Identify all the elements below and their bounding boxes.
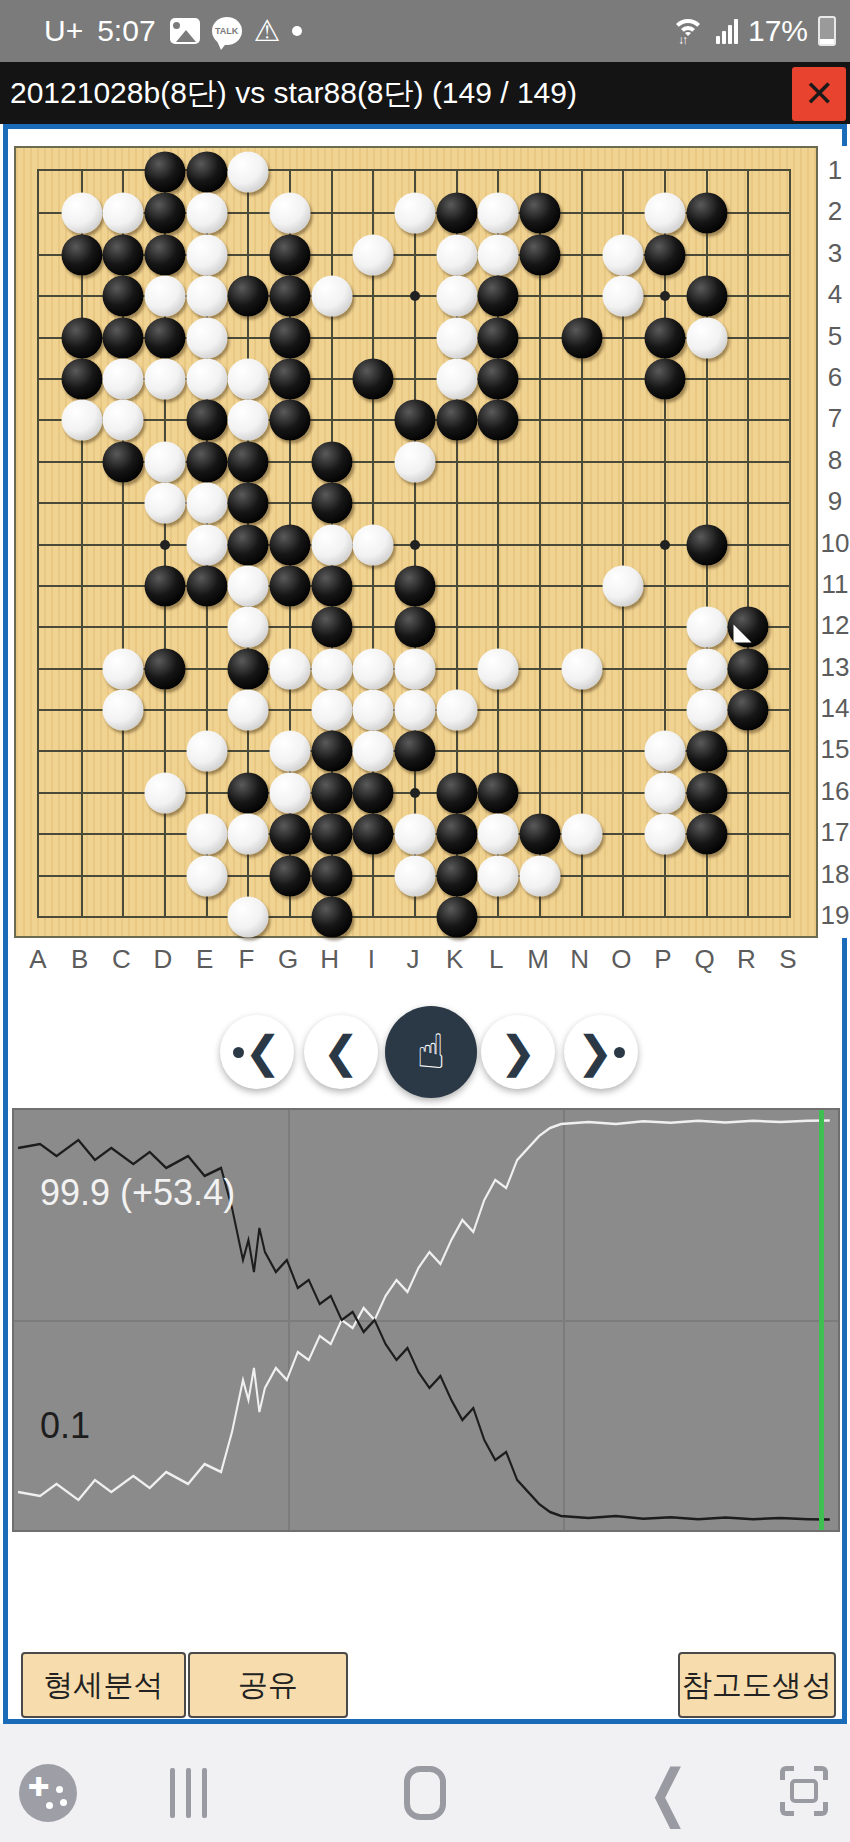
black-stone-B5	[61, 317, 102, 358]
white-stone-J18	[395, 855, 436, 896]
white-stone-F12	[228, 607, 269, 648]
black-stone-M2	[520, 193, 561, 234]
black-stone-H8	[311, 441, 352, 482]
white-stone-O4	[603, 276, 644, 317]
black-stone-E7	[186, 400, 227, 441]
black-stone-H16	[311, 772, 352, 813]
black-stone-C4	[103, 276, 144, 317]
column-labels: ABCDEFGHIJKLMNOPQRS	[14, 944, 818, 978]
black-stone-H15	[311, 731, 352, 772]
black-stone-D13	[145, 648, 186, 689]
footer-button-row: 형세분석 공유 참고도생성	[8, 1652, 842, 1732]
home-button[interactable]	[404, 1766, 446, 1820]
row-label-9: 9	[828, 486, 842, 517]
white-stone-G15	[270, 731, 311, 772]
white-stone-K5	[436, 317, 477, 358]
white-stone-D8	[145, 441, 186, 482]
row-label-3: 3	[828, 237, 842, 268]
white-stone-C2	[103, 193, 144, 234]
row-label-2: 2	[828, 196, 842, 227]
white-stone-F6	[228, 358, 269, 399]
white-stone-P17	[645, 814, 686, 855]
battery-percent: 17%	[748, 14, 808, 48]
black-stone-H11	[311, 565, 352, 606]
white-stone-L18	[478, 855, 519, 896]
black-stone-R13	[728, 648, 769, 689]
black-stone-Q10	[686, 524, 727, 565]
black-stone-G11	[270, 565, 311, 606]
white-stone-E6	[186, 358, 227, 399]
recents-button[interactable]	[170, 1768, 207, 1818]
black-stone-I16	[353, 772, 394, 813]
row-label-16: 16	[821, 775, 850, 806]
kakaotalk-icon: TALK	[212, 17, 242, 45]
white-stone-G13	[270, 648, 311, 689]
black-stone-Q2	[686, 193, 727, 234]
star-point	[160, 540, 170, 550]
white-stone-L2	[478, 193, 519, 234]
jump-to-start-button[interactable]: ❮	[220, 1015, 294, 1089]
row-label-7: 7	[828, 403, 842, 434]
white-winrate-label: 99.9 (+53.4)	[40, 1172, 235, 1214]
black-stone-D5	[145, 317, 186, 358]
jump-to-end-icon: ❯	[577, 1030, 626, 1074]
black-stone-I6	[353, 358, 394, 399]
winrate-graph[interactable]: 99.9 (+53.4) 0.1	[12, 1108, 840, 1532]
black-stone-G5	[270, 317, 311, 358]
black-stone-H12	[311, 607, 352, 648]
white-stone-D4	[145, 276, 186, 317]
hand-touch-icon: ☝	[416, 1028, 445, 1076]
black-stone-E8	[186, 441, 227, 482]
black-stone-Q4	[686, 276, 727, 317]
black-stone-E11	[186, 565, 227, 606]
black-stone-M17	[520, 814, 561, 855]
black-stone-M3	[520, 234, 561, 275]
star-point	[660, 291, 670, 301]
white-stone-F1	[228, 152, 269, 193]
black-stone-F9	[228, 483, 269, 524]
col-label-O: O	[611, 944, 631, 975]
black-stone-C5	[103, 317, 144, 358]
col-label-P: P	[654, 944, 671, 975]
share-button[interactable]: 공유	[188, 1652, 348, 1718]
white-stone-P15	[645, 731, 686, 772]
row-label-4: 4	[828, 279, 842, 310]
black-stone-G3	[270, 234, 311, 275]
white-stone-J8	[395, 441, 436, 482]
black-stone-L16	[478, 772, 519, 813]
white-stone-O11	[603, 565, 644, 606]
black-stone-G7	[270, 400, 311, 441]
row-label-15: 15	[821, 734, 850, 765]
col-label-D: D	[154, 944, 173, 975]
white-stone-L13	[478, 648, 519, 689]
white-stone-O3	[603, 234, 644, 275]
white-stone-K6	[436, 358, 477, 399]
white-stone-E9	[186, 483, 227, 524]
row-label-8: 8	[828, 444, 842, 475]
white-stone-E15	[186, 731, 227, 772]
row-label-14: 14	[821, 693, 850, 724]
black-stone-F13	[228, 648, 269, 689]
black-stone-D11	[145, 565, 186, 606]
white-stone-E3	[186, 234, 227, 275]
col-label-J: J	[407, 944, 420, 975]
white-stone-D16	[145, 772, 186, 813]
col-label-G: G	[278, 944, 298, 975]
close-button[interactable]: ✕	[792, 67, 846, 121]
black-stone-D3	[145, 234, 186, 275]
black-stone-L4	[478, 276, 519, 317]
content-frame: ABCDEFGHIJKLMNOPQRS 12345678910111213141…	[3, 124, 847, 1724]
black-stone-B3	[61, 234, 102, 275]
white-stone-I13	[353, 648, 394, 689]
white-stone-E4	[186, 276, 227, 317]
black-stone-F10	[228, 524, 269, 565]
black-stone-G6	[270, 358, 311, 399]
white-stone-E17	[186, 814, 227, 855]
black-stone-G17	[270, 814, 311, 855]
white-stone-K14	[436, 690, 477, 731]
white-stone-G2	[270, 193, 311, 234]
row-label-18: 18	[821, 858, 850, 889]
col-label-S: S	[779, 944, 796, 975]
grid-line-v	[581, 171, 583, 916]
col-label-I: I	[368, 944, 375, 975]
black-stone-K18	[436, 855, 477, 896]
white-stone-I3	[353, 234, 394, 275]
status-bar: U+ 5:07 TALK ⚠ ↓↑ 17%	[0, 0, 850, 62]
warning-icon: ⚠	[254, 16, 281, 46]
row-label-6: 6	[828, 361, 842, 392]
grid-line-v	[539, 171, 541, 916]
white-stone-C13	[103, 648, 144, 689]
white-stone-I10	[353, 524, 394, 565]
white-stone-E18	[186, 855, 227, 896]
black-stone-J15	[395, 731, 436, 772]
col-label-Q: Q	[695, 944, 715, 975]
white-stone-J13	[395, 648, 436, 689]
navigation-row: ❮ ❮ ☝ ❯ ❯	[8, 997, 842, 1107]
screenshot-button[interactable]	[780, 1766, 828, 1816]
white-stone-J14	[395, 690, 436, 731]
black-stone-H17	[311, 814, 352, 855]
black-stone-L6	[478, 358, 519, 399]
white-stone-H14	[311, 690, 352, 731]
col-label-A: A	[29, 944, 46, 975]
white-stone-Q5	[686, 317, 727, 358]
title-bar: 20121028b(8단) vs star88(8단) (149 / 149) …	[0, 62, 850, 124]
col-label-L: L	[489, 944, 503, 975]
notification-dot-icon	[292, 26, 302, 36]
white-stone-B2	[61, 193, 102, 234]
black-stone-J12	[395, 607, 436, 648]
reference-diagram-button[interactable]: 참고도생성	[678, 1652, 836, 1718]
col-label-K: K	[446, 944, 463, 975]
white-stone-N13	[561, 648, 602, 689]
image-notification-icon	[170, 18, 200, 44]
star-point	[410, 788, 420, 798]
white-stone-Q13	[686, 648, 727, 689]
black-stone-G18	[270, 855, 311, 896]
white-stone-L3	[478, 234, 519, 275]
black-stone-L5	[478, 317, 519, 358]
analysis-button[interactable]: 형세분석	[21, 1652, 186, 1718]
white-stone-K4	[436, 276, 477, 317]
black-stone-H18	[311, 855, 352, 896]
row-label-11: 11	[822, 568, 849, 599]
black-stone-P5	[645, 317, 686, 358]
android-nav-bar: ✚ ❮	[0, 1724, 850, 1842]
white-stone-D9	[145, 483, 186, 524]
black-stone-F8	[228, 441, 269, 482]
row-label-13: 13	[821, 651, 850, 682]
black-stone-R12	[728, 607, 769, 648]
white-stone-F19	[228, 897, 269, 938]
white-stone-Q14	[686, 690, 727, 731]
col-label-E: E	[196, 944, 213, 975]
black-stone-N5	[561, 317, 602, 358]
signal-bars-icon	[716, 18, 738, 44]
status-time: 5:07	[97, 14, 155, 48]
col-label-H: H	[320, 944, 339, 975]
black-stone-F16	[228, 772, 269, 813]
black-stone-K2	[436, 193, 477, 234]
white-stone-G16	[270, 772, 311, 813]
black-stone-C3	[103, 234, 144, 275]
black-stone-Q16	[686, 772, 727, 813]
white-stone-F17	[228, 814, 269, 855]
row-label-12: 12	[821, 610, 850, 641]
col-label-F: F	[238, 944, 254, 975]
star-point	[410, 540, 420, 550]
black-stone-B6	[61, 358, 102, 399]
step-back-icon: ❮	[323, 1030, 360, 1074]
col-label-N: N	[570, 944, 589, 975]
white-stone-C7	[103, 400, 144, 441]
go-board[interactable]	[14, 146, 818, 938]
black-stone-J11	[395, 565, 436, 606]
white-stone-J2	[395, 193, 436, 234]
current-move-cursor	[819, 1110, 824, 1530]
black-stone-K7	[436, 400, 477, 441]
white-stone-P2	[645, 193, 686, 234]
white-stone-N17	[561, 814, 602, 855]
step-forward-icon: ❯	[500, 1030, 537, 1074]
black-stone-P3	[645, 234, 686, 275]
game-booster-fab[interactable]: ✚	[19, 1764, 77, 1822]
white-stone-E2	[186, 193, 227, 234]
game-title: 20121028b(8단) vs star88(8단) (149 / 149)	[10, 73, 577, 114]
white-stone-C6	[103, 358, 144, 399]
black-stone-I17	[353, 814, 394, 855]
white-stone-L17	[478, 814, 519, 855]
phone-screen: U+ 5:07 TALK ⚠ ↓↑ 17% 20121028b(8단) vs s…	[0, 0, 850, 1842]
black-stone-D1	[145, 152, 186, 193]
white-stone-E10	[186, 524, 227, 565]
step-forward-button[interactable]: ❯	[481, 1015, 555, 1089]
white-stone-K3	[436, 234, 477, 275]
black-stone-H19	[311, 897, 352, 938]
black-stone-H9	[311, 483, 352, 524]
white-stone-J17	[395, 814, 436, 855]
jump-to-end-button[interactable]: ❯	[564, 1015, 638, 1089]
star-point	[660, 540, 670, 550]
step-back-button[interactable]: ❮	[304, 1015, 378, 1089]
black-stone-G4	[270, 276, 311, 317]
row-labels: 12345678910111213141516171819	[820, 146, 850, 938]
white-stone-C14	[103, 690, 144, 731]
white-stone-H10	[311, 524, 352, 565]
black-stone-K16	[436, 772, 477, 813]
white-stone-M18	[520, 855, 561, 896]
white-stone-I14	[353, 690, 394, 731]
white-stone-H13	[311, 648, 352, 689]
white-stone-P16	[645, 772, 686, 813]
col-label-M: M	[527, 944, 549, 975]
white-stone-I15	[353, 731, 394, 772]
board-grid	[37, 169, 791, 918]
black-winrate-label: 0.1	[40, 1405, 90, 1447]
black-stone-F4	[228, 276, 269, 317]
col-label-B: B	[71, 944, 88, 975]
carrier-label: U+	[44, 14, 83, 48]
white-stone-F11	[228, 565, 269, 606]
row-label-10: 10	[821, 527, 850, 558]
black-stone-R14	[728, 690, 769, 731]
black-stone-E1	[186, 152, 227, 193]
black-stone-K19	[436, 897, 477, 938]
back-button[interactable]: ❮	[648, 1756, 688, 1829]
black-stone-C8	[103, 441, 144, 482]
black-stone-K17	[436, 814, 477, 855]
grid-line-v	[747, 171, 749, 916]
row-label-19: 19	[821, 900, 850, 931]
black-stone-L7	[478, 400, 519, 441]
white-stone-B7	[61, 400, 102, 441]
last-move-triangle-marker	[734, 625, 752, 643]
white-stone-F7	[228, 400, 269, 441]
jump-to-start-icon: ❮	[233, 1030, 282, 1074]
white-stone-Q12	[686, 607, 727, 648]
black-stone-Q15	[686, 731, 727, 772]
row-label-1: 1	[828, 155, 842, 186]
row-label-17: 17	[821, 817, 850, 848]
col-label-R: R	[737, 944, 756, 975]
black-stone-J7	[395, 400, 436, 441]
white-stone-H4	[311, 276, 352, 317]
white-stone-E5	[186, 317, 227, 358]
battery-icon	[818, 16, 836, 46]
black-stone-G10	[270, 524, 311, 565]
col-label-C: C	[112, 944, 131, 975]
black-stone-P6	[645, 358, 686, 399]
white-stone-D6	[145, 358, 186, 399]
row-label-5: 5	[828, 320, 842, 351]
black-stone-Q17	[686, 814, 727, 855]
white-stone-F14	[228, 690, 269, 731]
black-stone-D2	[145, 193, 186, 234]
wifi-icon: ↓↑	[670, 17, 706, 45]
star-point	[410, 291, 420, 301]
hand-mode-button[interactable]: ☝	[385, 1006, 477, 1098]
